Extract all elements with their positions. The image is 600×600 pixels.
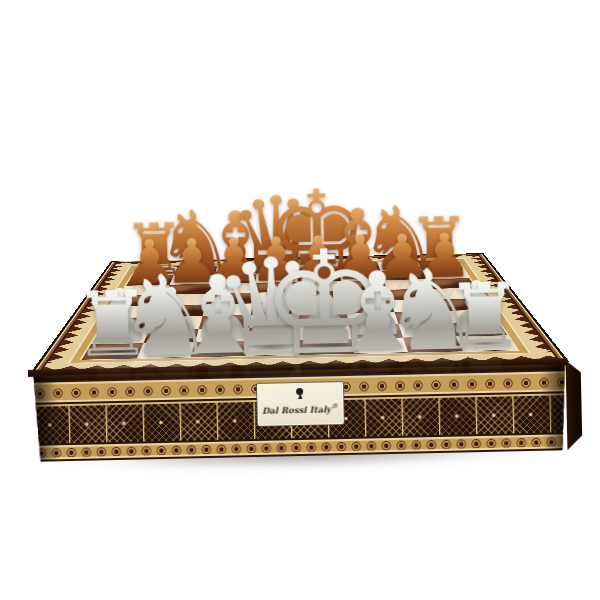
chess-set: Dal Rossi Italy® ♜♜♞♞♝♝♛♛♚♚♝♝♞♞♜♜♟♟♟♟♟♟♟… <box>25 240 574 484</box>
brand-seal: ® <box>331 401 338 410</box>
brand-plaque: Dal Rossi Italy® <box>256 382 343 426</box>
white-rook-h1[interactable]: ♜ <box>439 271 530 362</box>
keyhole-icon[interactable] <box>296 388 303 395</box>
product-photo: Dal Rossi Italy® ♜♜♞♞♝♝♛♛♚♚♝♝♞♞♜♜♟♟♟♟♟♟♟… <box>0 0 600 600</box>
brand-name: Dal Rossi Italy <box>262 404 331 416</box>
box-right-side <box>566 360 583 450</box>
brand-text: Dal Rossi Italy® <box>257 401 343 416</box>
